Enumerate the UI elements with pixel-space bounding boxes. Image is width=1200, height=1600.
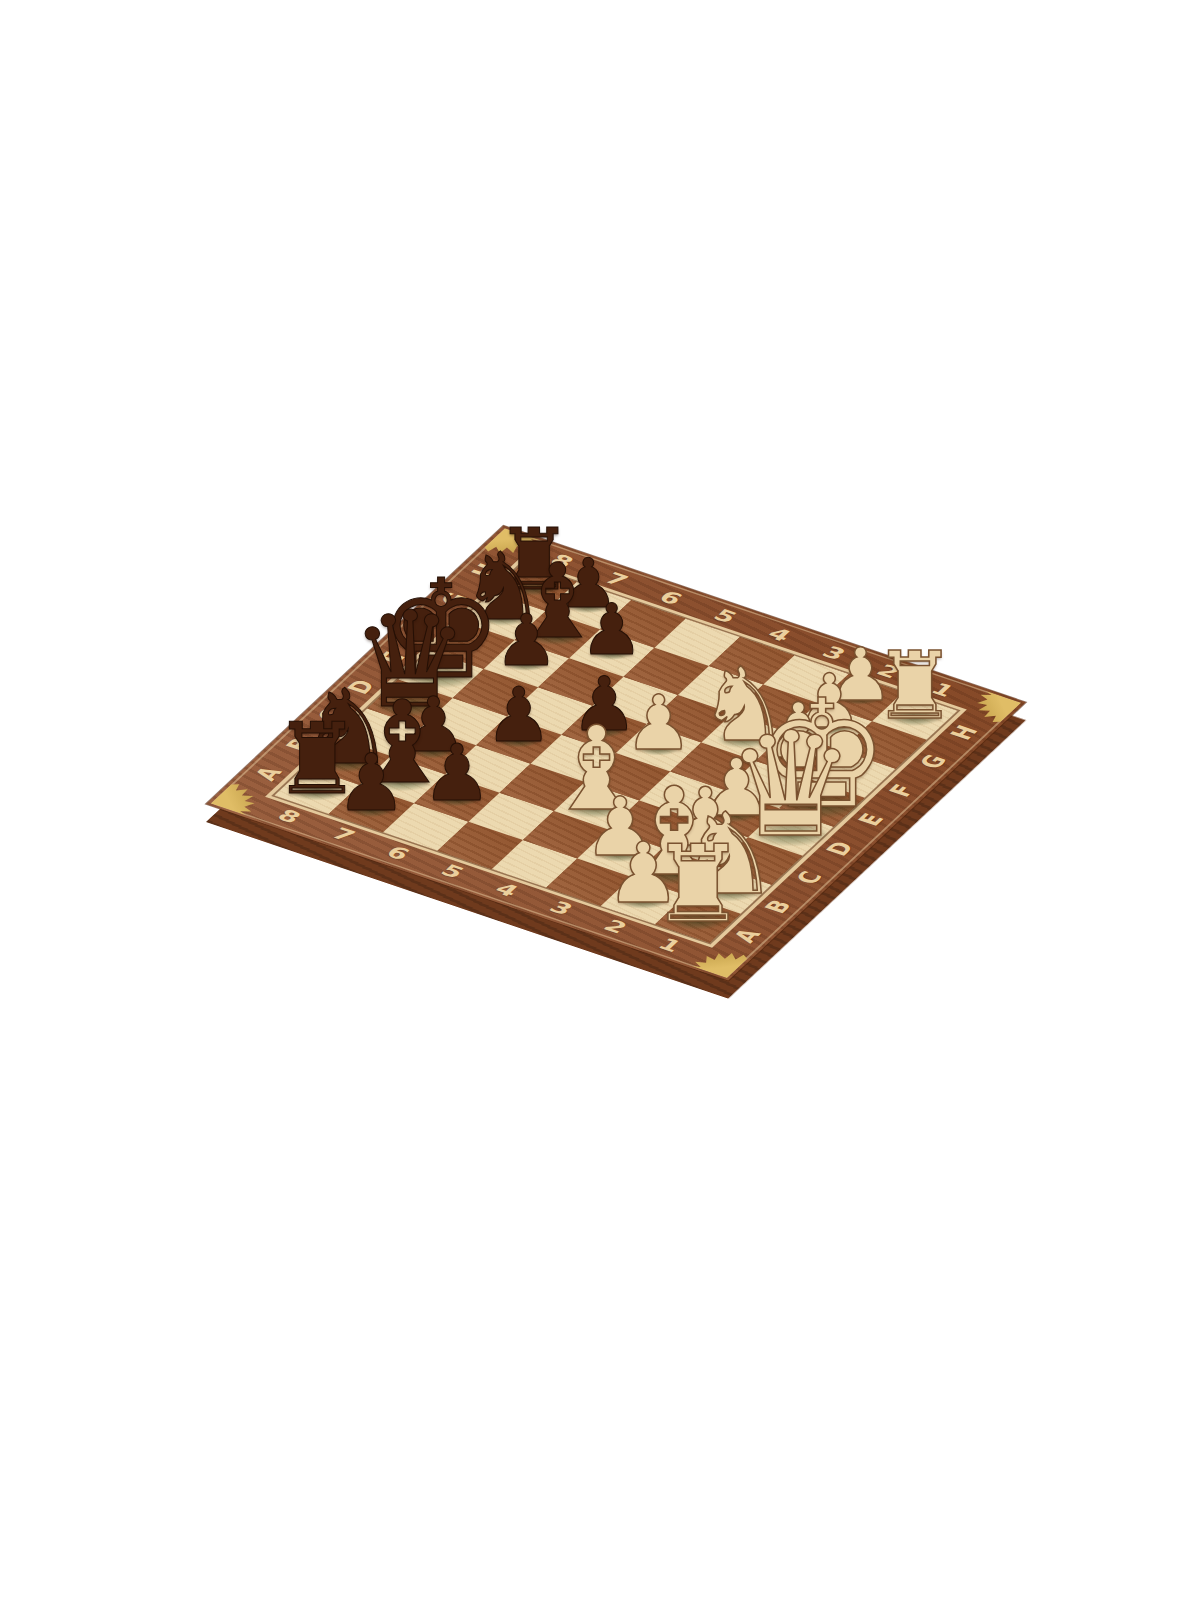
chessboard-scene: ABCDEFGH ABCDEFGH 87654321 87654321 ♚♛♜♜…: [0, 0, 1200, 1600]
board-grid: [274, 564, 957, 943]
chess-board: ABCDEFGH ABCDEFGH 87654321 87654321: [206, 526, 1026, 981]
